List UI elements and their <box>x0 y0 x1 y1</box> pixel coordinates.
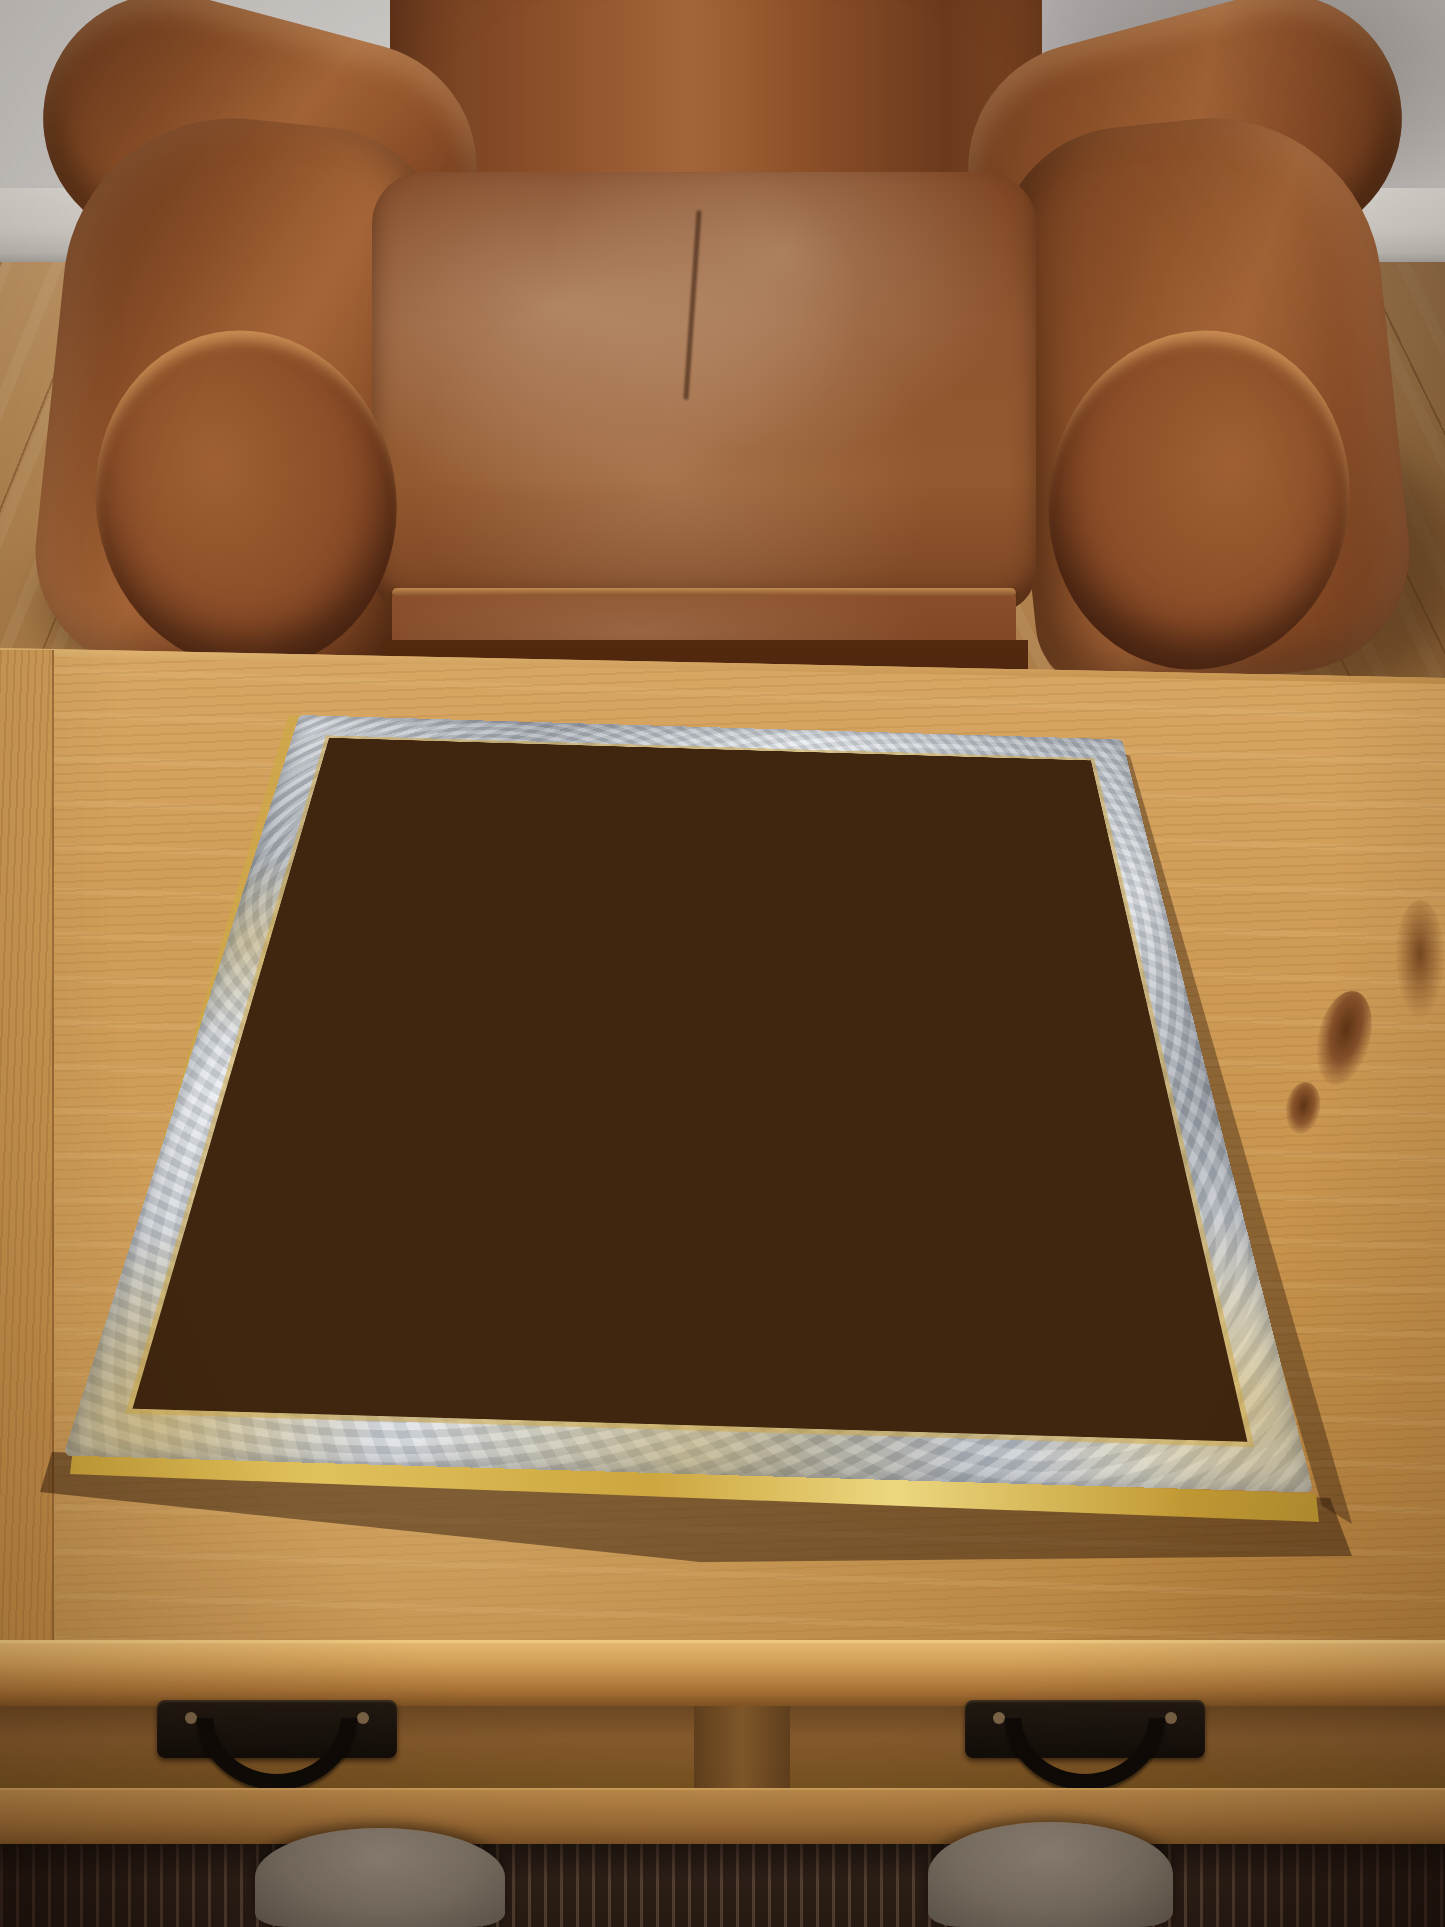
woven-rug <box>0 1844 1445 1927</box>
drawer-divider <box>694 1706 790 1788</box>
handle-bail-clip <box>192 1718 362 1796</box>
handle-bail-clip <box>1000 1718 1170 1796</box>
coffee-table-front-edge <box>0 1640 1445 1706</box>
slipper-right <box>928 1822 1173 1927</box>
slipper-left <box>255 1828 505 1927</box>
armchair-seat-cushion <box>372 172 1036 612</box>
chessboard-grid <box>132 738 1247 1442</box>
wood-knot <box>1395 900 1445 1020</box>
handle-bail <box>1005 1718 1165 1790</box>
photo-scene <box>0 0 1445 1927</box>
coffee-table-lower-rail <box>0 1788 1445 1844</box>
handle-bail <box>197 1718 357 1790</box>
